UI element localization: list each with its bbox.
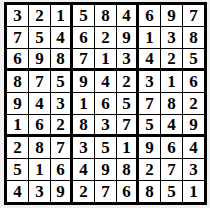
sudoku-cell-r2c6[interactable]: 9: [117, 27, 138, 48]
sudoku-board-container: 3215846977546291386987134258759423169431…: [4, 2, 207, 205]
sudoku-cell-r4c7[interactable]: 3: [139, 71, 160, 92]
sudoku-cell-r6c5[interactable]: 3: [95, 115, 116, 136]
sudoku-cell-r7c7[interactable]: 9: [139, 137, 160, 158]
sudoku-cell-r5c9[interactable]: 2: [183, 93, 204, 114]
sudoku-cell-r4c5[interactable]: 4: [95, 71, 116, 92]
sudoku-cell-r1c9[interactable]: 7: [183, 5, 204, 26]
sudoku-cell-r1c3[interactable]: 1: [51, 5, 72, 26]
sudoku-cell-r8c2[interactable]: 1: [29, 159, 50, 180]
sudoku-cell-r4c1[interactable]: 8: [7, 71, 28, 92]
sudoku-cell-r1c8[interactable]: 9: [161, 5, 182, 26]
sudoku-cell-r3c5[interactable]: 1: [95, 49, 116, 70]
sudoku-cell-r6c9[interactable]: 9: [183, 115, 204, 136]
sudoku-cell-r8c6[interactable]: 8: [117, 159, 138, 180]
sudoku-cell-r6c8[interactable]: 4: [161, 115, 182, 136]
sudoku-cell-r8c5[interactable]: 9: [95, 159, 116, 180]
sudoku-cell-r1c5[interactable]: 8: [95, 5, 116, 26]
sudoku-cell-r2c1[interactable]: 7: [7, 27, 28, 48]
sudoku-cell-r4c8[interactable]: 1: [161, 71, 182, 92]
sudoku-cell-r7c6[interactable]: 1: [117, 137, 138, 158]
sudoku-cell-r2c7[interactable]: 1: [139, 27, 160, 48]
sudoku-cell-r2c9[interactable]: 8: [183, 27, 204, 48]
sudoku-cell-r5c2[interactable]: 4: [29, 93, 50, 114]
sudoku-cell-r2c5[interactable]: 2: [95, 27, 116, 48]
sudoku-cell-r3c3[interactable]: 8: [51, 49, 72, 70]
sudoku-cell-r7c1[interactable]: 2: [7, 137, 28, 158]
sudoku-cell-r2c2[interactable]: 5: [29, 27, 50, 48]
sudoku-cell-r9c3[interactable]: 9: [51, 181, 72, 202]
sudoku-cell-r5c6[interactable]: 5: [117, 93, 138, 114]
sudoku-cell-r5c5[interactable]: 6: [95, 93, 116, 114]
sudoku-cell-r9c7[interactable]: 8: [139, 181, 160, 202]
sudoku-cell-r2c3[interactable]: 4: [51, 27, 72, 48]
sudoku-cell-r2c8[interactable]: 3: [161, 27, 182, 48]
sudoku-cell-r1c1[interactable]: 3: [7, 5, 28, 26]
sudoku-cell-r1c7[interactable]: 6: [139, 5, 160, 26]
sudoku-cell-r6c2[interactable]: 6: [29, 115, 50, 136]
sudoku-cell-r4c4[interactable]: 9: [73, 71, 94, 92]
sudoku-cell-r3c8[interactable]: 2: [161, 49, 182, 70]
sudoku-cell-r8c3[interactable]: 6: [51, 159, 72, 180]
sudoku-cell-r8c7[interactable]: 2: [139, 159, 160, 180]
sudoku-cell-r7c8[interactable]: 6: [161, 137, 182, 158]
sudoku-cell-r8c4[interactable]: 4: [73, 159, 94, 180]
sudoku-cell-r9c4[interactable]: 2: [73, 181, 94, 202]
sudoku-cell-r5c1[interactable]: 9: [7, 93, 28, 114]
sudoku-cell-r7c4[interactable]: 3: [73, 137, 94, 158]
sudoku-cell-r8c8[interactable]: 7: [161, 159, 182, 180]
sudoku-cell-r9c8[interactable]: 5: [161, 181, 182, 202]
sudoku-cell-r9c6[interactable]: 6: [117, 181, 138, 202]
sudoku-cell-r9c9[interactable]: 1: [183, 181, 204, 202]
sudoku-cell-r3c7[interactable]: 4: [139, 49, 160, 70]
sudoku-cell-r7c3[interactable]: 7: [51, 137, 72, 158]
sudoku-cell-r2c4[interactable]: 6: [73, 27, 94, 48]
sudoku-cell-r6c7[interactable]: 5: [139, 115, 160, 136]
sudoku-cell-r8c9[interactable]: 3: [183, 159, 204, 180]
sudoku-cell-r9c5[interactable]: 7: [95, 181, 116, 202]
sudoku-board: 3215846977546291386987134258759423169431…: [4, 2, 207, 205]
sudoku-cell-r6c3[interactable]: 2: [51, 115, 72, 136]
sudoku-cell-r9c1[interactable]: 4: [7, 181, 28, 202]
sudoku-cell-r3c4[interactable]: 7: [73, 49, 94, 70]
sudoku-cell-r3c6[interactable]: 3: [117, 49, 138, 70]
sudoku-cell-r6c4[interactable]: 8: [73, 115, 94, 136]
sudoku-cell-r3c1[interactable]: 6: [7, 49, 28, 70]
sudoku-cell-r4c2[interactable]: 7: [29, 71, 50, 92]
sudoku-cell-r7c5[interactable]: 5: [95, 137, 116, 158]
sudoku-cell-r9c2[interactable]: 3: [29, 181, 50, 202]
sudoku-cell-r1c2[interactable]: 2: [29, 5, 50, 26]
sudoku-cell-r8c1[interactable]: 5: [7, 159, 28, 180]
sudoku-cell-r4c3[interactable]: 5: [51, 71, 72, 92]
sudoku-cell-r6c1[interactable]: 1: [7, 115, 28, 136]
sudoku-cell-r1c6[interactable]: 4: [117, 5, 138, 26]
sudoku-cell-r5c8[interactable]: 8: [161, 93, 182, 114]
sudoku-cell-r7c2[interactable]: 8: [29, 137, 50, 158]
sudoku-cell-r7c9[interactable]: 4: [183, 137, 204, 158]
sudoku-cell-r6c6[interactable]: 7: [117, 115, 138, 136]
sudoku-cell-r3c9[interactable]: 5: [183, 49, 204, 70]
sudoku-cell-r5c4[interactable]: 1: [73, 93, 94, 114]
sudoku-cell-r1c4[interactable]: 5: [73, 5, 94, 26]
sudoku-cell-r5c3[interactable]: 3: [51, 93, 72, 114]
sudoku-cell-r4c9[interactable]: 6: [183, 71, 204, 92]
sudoku-cell-r5c7[interactable]: 7: [139, 93, 160, 114]
sudoku-cell-r3c2[interactable]: 9: [29, 49, 50, 70]
sudoku-cell-r4c6[interactable]: 2: [117, 71, 138, 92]
